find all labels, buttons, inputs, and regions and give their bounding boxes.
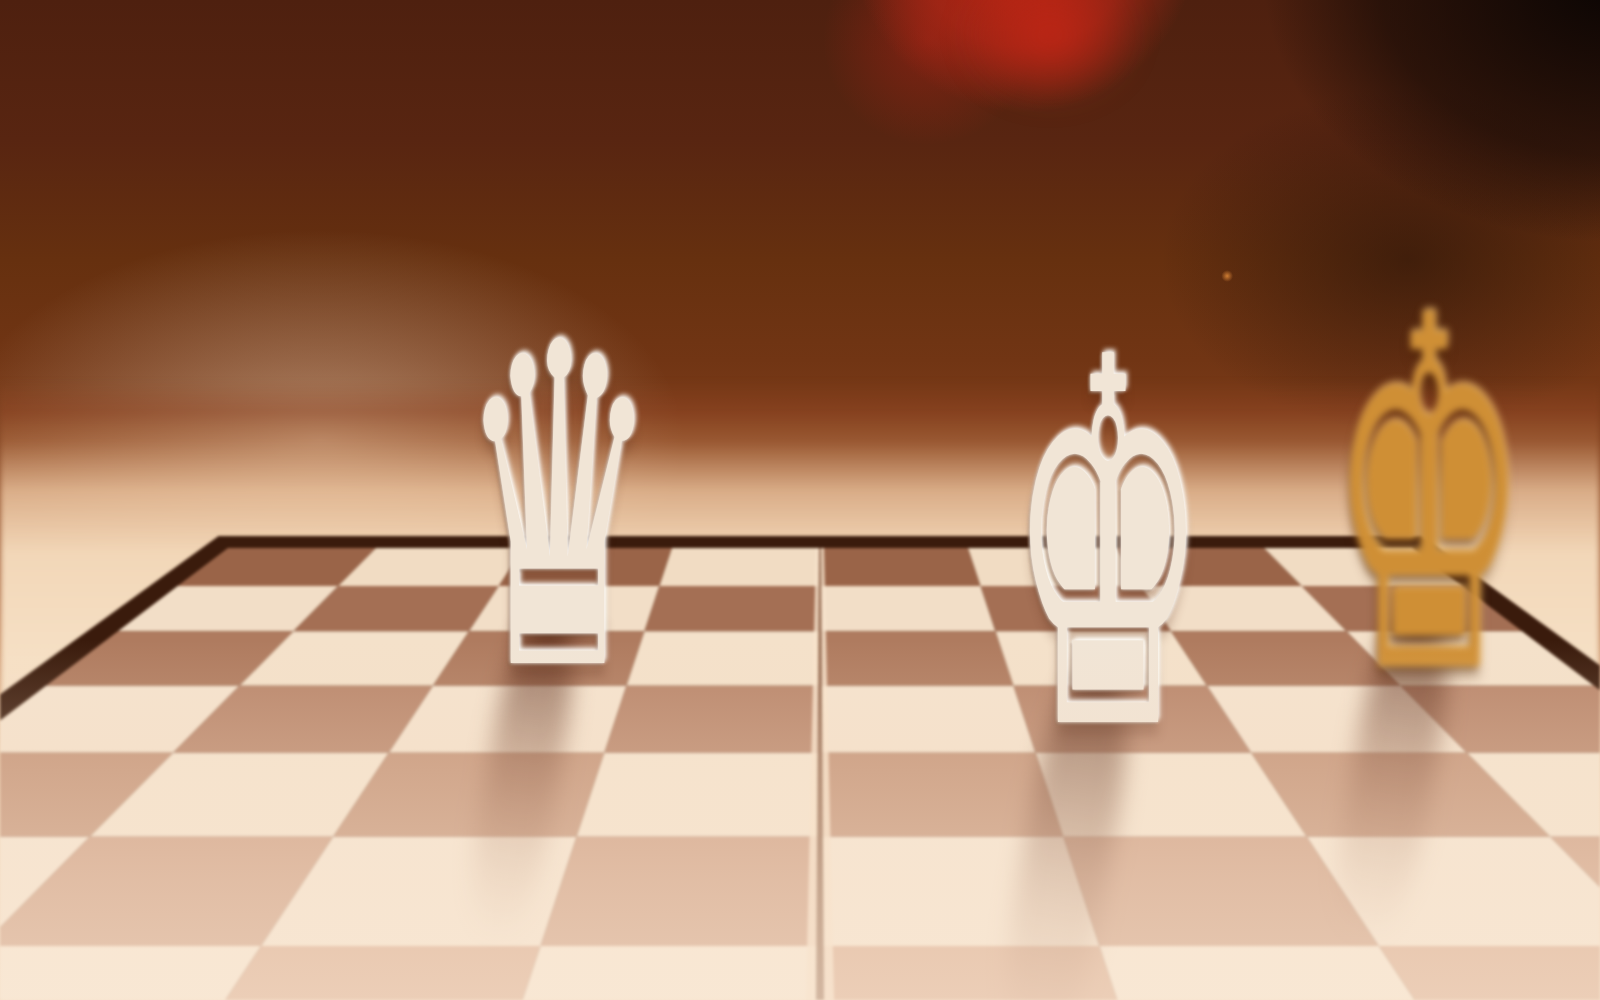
square-e6 — [820, 631, 1014, 685]
square-d7 — [644, 586, 820, 631]
square-e2 — [820, 946, 1148, 1000]
square-b2 — [0, 946, 261, 1000]
square-c8 — [499, 548, 672, 586]
square-d2 — [492, 946, 820, 1000]
photo-scene: ♛♚♚ — [0, 0, 1600, 1000]
square-d4 — [577, 753, 820, 837]
square-d8 — [659, 548, 820, 586]
square-e5 — [820, 686, 1036, 753]
white-queen-contact-shadow — [489, 609, 629, 643]
square-e7 — [820, 586, 996, 631]
square-d5 — [604, 686, 820, 753]
square-f7 — [981, 586, 1171, 631]
square-f8 — [968, 548, 1141, 586]
square-g2 — [1379, 946, 1600, 1000]
white-king-contact-shadow — [1038, 662, 1178, 696]
square-e8 — [820, 548, 981, 586]
square-d6 — [626, 631, 820, 685]
square-d3 — [541, 837, 820, 946]
black-king-contact-shadow — [1359, 609, 1499, 643]
